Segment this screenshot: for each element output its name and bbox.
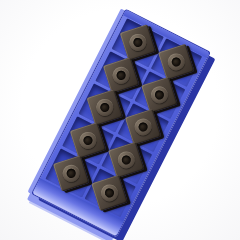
insert-boss [166,52,187,73]
carbide-insert [69,122,106,159]
carbide-insert [119,24,156,61]
insert-boss [116,149,137,170]
insert-hole [121,154,132,165]
product-photo [0,0,240,240]
insert-boss [149,84,170,105]
carbide-insert [86,89,123,126]
carbide-insert [53,155,90,192]
insert-hole [82,135,93,146]
insert-boss [94,97,115,118]
insert-hole [104,187,115,198]
insert-boss [77,130,98,151]
carbide-insert [158,44,195,81]
insert-boss [99,182,120,203]
insert-hole [137,122,148,133]
carbide-insert [92,174,129,211]
insert-box [31,9,211,238]
insert-hole [65,167,76,178]
insert-box-grid [45,18,202,217]
insert-hole [115,69,126,80]
insert-boss [60,162,81,183]
carbide-insert [125,109,162,146]
carbide-insert [108,142,145,179]
carbide-insert [141,77,178,114]
carbide-insert [103,57,140,94]
insert-hole [132,37,143,48]
insert-hole [99,102,110,113]
insert-hole [171,57,182,68]
insert-hole [154,89,165,100]
insert-boss [110,64,131,85]
insert-boss [132,117,153,138]
insert-boss [127,32,148,53]
